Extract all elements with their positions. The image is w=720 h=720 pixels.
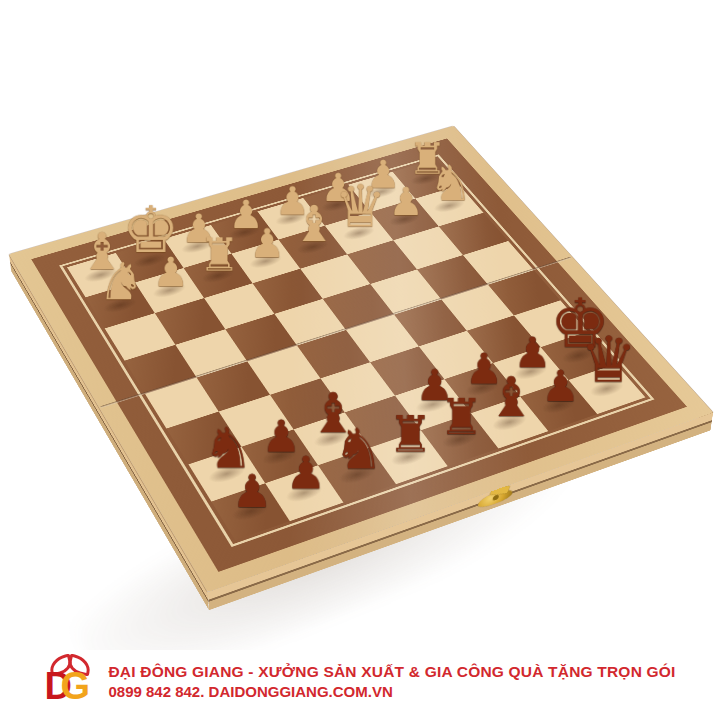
logo-letter-g: G xyxy=(60,667,90,705)
page: { "game": "chess", "product": "folding w… xyxy=(0,0,720,720)
black-pawn-a8: ♟ xyxy=(212,468,291,514)
banner-text: ĐẠI ĐÔNG GIANG - XƯỞNG SẢN XUẤT & GIA CÔ… xyxy=(108,663,675,700)
chess-set-scene: ♝♚♟♟♟♟♟♜♞♟♜♟♝♛♟♞♞♟♝♟♟♟♚♟♟♞♜♜♝♟♛ xyxy=(54,38,638,622)
company-logo: D G xyxy=(44,656,96,706)
banner-company-line: ĐẠI ĐÔNG GIANG - XƯỞNG SẢN XUẤT & GIA CÔ… xyxy=(108,663,675,681)
footer-banner: D G ĐẠI ĐÔNG GIANG - XƯỞNG SẢN XUẤT & GI… xyxy=(0,650,720,712)
banner-contact-line: 0899 842 842. DAIDONGGIANG.COM.VN xyxy=(108,683,675,700)
folding-chess-box: ♝♚♟♟♟♟♟♜♞♟♜♟♝♛♟♞♞♟♝♟♟♟♚♟♟♞♜♜♝♟♛ xyxy=(9,126,713,592)
